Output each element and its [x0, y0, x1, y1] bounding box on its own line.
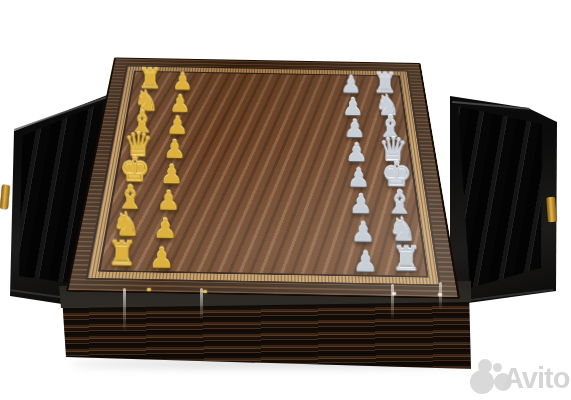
chess-piece-gold-p: ♟: [153, 215, 178, 243]
piece-cell: ♟: [141, 241, 185, 272]
chess-piece-gold-p: ♟: [160, 161, 184, 187]
left-drawer-handle: [0, 185, 10, 210]
piece-cell: ♜: [101, 240, 146, 271]
gold-glint: [147, 288, 151, 291]
reflection-streak: [439, 282, 442, 310]
gold-glint: [203, 290, 207, 293]
piece-cell: ♟: [343, 245, 386, 276]
chess-piece-silver-p: ♟: [351, 218, 376, 246]
chess-board: ♜♞♝♛♚♝♞♜♟♟♟♟♟♟♟♟♟♟♟♟♟♟♟♟♜♞♝♛♚♝♞♜: [66, 57, 461, 299]
reflection-streak: [123, 288, 126, 332]
avito-text: Avito: [503, 362, 569, 395]
watermark-avito: Avito: [466, 356, 571, 400]
chess-piece-gold-p: ♟: [157, 187, 181, 214]
right-drawer-handle: [546, 197, 557, 223]
right-drawer: [440, 0, 571, 320]
chess-piece-silver-p: ♟: [353, 247, 379, 275]
chess-piece-silver-p: ♟: [347, 165, 371, 191]
right-drawer-felt-tray: [440, 0, 571, 320]
product-photo-chess-box: ♜♞♝♛♚♝♞♜♟♟♟♟♟♟♟♟♟♟♟♟♟♟♟♟♜♞♝♛♚♝♞♜ Avito: [0, 0, 571, 400]
reflection-streak: [391, 284, 394, 320]
silver-glint: [438, 293, 442, 296]
piece-cell: ♟: [145, 213, 187, 242]
piece-cell: ♟: [149, 186, 190, 213]
silver-glint: [392, 292, 396, 295]
chess-piece-gold-p: ♟: [149, 244, 175, 272]
avito-logo-icon: [493, 363, 502, 372]
piece-cell: ♟: [341, 216, 382, 245]
piece-cell: ♟: [153, 161, 193, 187]
piece-cell: ♟: [340, 190, 380, 217]
chess-piece-silver-p: ♟: [349, 191, 373, 218]
piece-cell: ♟: [338, 164, 377, 190]
avito-logo-icon: [470, 370, 494, 394]
chess-piece-gold-r: ♜: [106, 237, 137, 271]
piece-cell: ♜: [383, 245, 427, 276]
reflection-streak: [200, 288, 203, 320]
chess-piece-silver-r: ♜: [391, 243, 422, 277]
